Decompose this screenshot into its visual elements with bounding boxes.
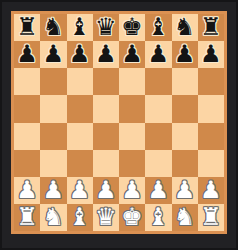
square-h4[interactable]	[198, 123, 224, 150]
piece-black-queen: ♛	[95, 14, 117, 41]
piece-black-bishop: ♝	[148, 14, 170, 41]
piece-white-pawn: ♟	[121, 177, 143, 204]
square-c4[interactable]	[67, 123, 93, 150]
square-c1[interactable]: ♝	[67, 204, 93, 231]
piece-white-king: ♚	[121, 204, 143, 231]
square-g2[interactable]: ♟	[172, 177, 198, 204]
square-b5[interactable]	[40, 95, 66, 122]
square-b7[interactable]: ♟	[40, 41, 66, 68]
piece-black-pawn: ♟	[69, 41, 91, 68]
square-d1[interactable]: ♛	[93, 204, 119, 231]
square-e5[interactable]	[119, 95, 145, 122]
square-g6[interactable]	[172, 68, 198, 95]
square-f2[interactable]: ♟	[145, 177, 171, 204]
piece-white-knight: ♞	[43, 204, 65, 231]
square-f4[interactable]	[145, 123, 171, 150]
square-a8[interactable]: ♜	[14, 14, 40, 41]
square-d3[interactable]	[93, 150, 119, 177]
square-e7[interactable]: ♟	[119, 41, 145, 68]
square-b8[interactable]: ♞	[40, 14, 66, 41]
piece-black-pawn: ♟	[148, 41, 170, 68]
square-d2[interactable]: ♟	[93, 177, 119, 204]
square-h1[interactable]: ♜	[198, 204, 224, 231]
square-h8[interactable]: ♜	[198, 14, 224, 41]
square-f1[interactable]: ♝	[145, 204, 171, 231]
square-a7[interactable]: ♟	[14, 41, 40, 68]
square-f8[interactable]: ♝	[145, 14, 171, 41]
square-a1[interactable]: ♜	[14, 204, 40, 231]
square-e6[interactable]	[119, 68, 145, 95]
chess-board-frame: ♜♞♝♛♚♝♞♜♟♟♟♟♟♟♟♟♟♟♟♟♟♟♟♟♜♞♝♛♚♝♞♜	[11, 11, 227, 234]
square-f6[interactable]	[145, 68, 171, 95]
square-b3[interactable]	[40, 150, 66, 177]
square-b6[interactable]	[40, 68, 66, 95]
square-g7[interactable]: ♟	[172, 41, 198, 68]
piece-black-pawn: ♟	[43, 41, 65, 68]
piece-white-pawn: ♟	[43, 177, 65, 204]
piece-white-bishop: ♝	[69, 204, 91, 231]
square-a6[interactable]	[14, 68, 40, 95]
piece-black-rook: ♜	[16, 14, 38, 41]
square-f7[interactable]: ♟	[145, 41, 171, 68]
piece-black-bishop: ♝	[69, 14, 91, 41]
square-a5[interactable]	[14, 95, 40, 122]
piece-white-pawn: ♟	[174, 177, 196, 204]
square-h7[interactable]: ♟	[198, 41, 224, 68]
piece-white-bishop: ♝	[148, 204, 170, 231]
square-a4[interactable]	[14, 123, 40, 150]
piece-black-knight: ♞	[174, 14, 196, 41]
square-h5[interactable]	[198, 95, 224, 122]
square-c6[interactable]	[67, 68, 93, 95]
piece-black-pawn: ♟	[121, 41, 143, 68]
piece-white-pawn: ♟	[95, 177, 117, 204]
piece-black-pawn: ♟	[95, 41, 117, 68]
square-e3[interactable]	[119, 150, 145, 177]
chess-board-page: ♜♞♝♛♚♝♞♜♟♟♟♟♟♟♟♟♟♟♟♟♟♟♟♟♜♞♝♛♚♝♞♜	[0, 0, 238, 250]
square-e1[interactable]: ♚	[119, 204, 145, 231]
piece-white-knight: ♞	[174, 204, 196, 231]
square-e8[interactable]: ♚	[119, 14, 145, 41]
piece-black-pawn: ♟	[16, 41, 38, 68]
square-d7[interactable]: ♟	[93, 41, 119, 68]
square-c7[interactable]: ♟	[67, 41, 93, 68]
square-c8[interactable]: ♝	[67, 14, 93, 41]
square-c2[interactable]: ♟	[67, 177, 93, 204]
square-d6[interactable]	[93, 68, 119, 95]
piece-black-pawn: ♟	[174, 41, 196, 68]
piece-white-rook: ♜	[200, 204, 222, 231]
square-b4[interactable]	[40, 123, 66, 150]
square-a3[interactable]	[14, 150, 40, 177]
piece-white-pawn: ♟	[16, 177, 38, 204]
square-g8[interactable]: ♞	[172, 14, 198, 41]
square-c3[interactable]	[67, 150, 93, 177]
square-f5[interactable]	[145, 95, 171, 122]
piece-black-rook: ♜	[200, 14, 222, 41]
square-a2[interactable]: ♟	[14, 177, 40, 204]
piece-black-king: ♚	[121, 14, 143, 41]
square-g3[interactable]	[172, 150, 198, 177]
square-h2[interactable]: ♟	[198, 177, 224, 204]
piece-white-pawn: ♟	[200, 177, 222, 204]
square-e2[interactable]: ♟	[119, 177, 145, 204]
square-d5[interactable]	[93, 95, 119, 122]
chess-board: ♜♞♝♛♚♝♞♜♟♟♟♟♟♟♟♟♟♟♟♟♟♟♟♟♜♞♝♛♚♝♞♜	[14, 14, 224, 231]
square-b2[interactable]: ♟	[40, 177, 66, 204]
square-b1[interactable]: ♞	[40, 204, 66, 231]
square-e4[interactable]	[119, 123, 145, 150]
piece-white-queen: ♛	[95, 204, 117, 231]
piece-white-pawn: ♟	[148, 177, 170, 204]
square-d8[interactable]: ♛	[93, 14, 119, 41]
square-f3[interactable]	[145, 150, 171, 177]
piece-white-rook: ♜	[16, 204, 38, 231]
square-g5[interactable]	[172, 95, 198, 122]
square-g4[interactable]	[172, 123, 198, 150]
piece-black-pawn: ♟	[200, 41, 222, 68]
piece-white-pawn: ♟	[69, 177, 91, 204]
square-g1[interactable]: ♞	[172, 204, 198, 231]
piece-black-knight: ♞	[43, 14, 65, 41]
square-h6[interactable]	[198, 68, 224, 95]
square-h3[interactable]	[198, 150, 224, 177]
square-c5[interactable]	[67, 95, 93, 122]
square-d4[interactable]	[93, 123, 119, 150]
